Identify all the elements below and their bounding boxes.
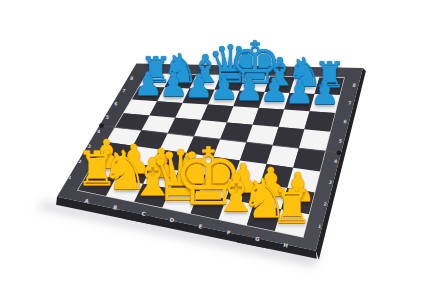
piece-yellow-rook[interactable]: ♜ xyxy=(271,183,313,230)
piece-blue-pawn[interactable]: ♟ xyxy=(310,77,339,109)
photo-stage: ABCDEFGH1122334455667788 ♜♞♝♛♚♝♞♜♟♟♟♟♟♟♟… xyxy=(0,0,440,293)
pieces-layer: ♜♞♝♛♚♝♞♜♟♟♟♟♟♟♟♟♟♟♟♟♟♟♟♟♜♞♝♛♚♝♞♜ xyxy=(0,0,440,293)
